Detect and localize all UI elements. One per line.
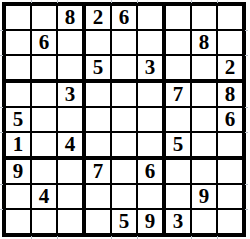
cell-r2c4[interactable] (86, 31, 112, 56)
given-digit: 3 (145, 57, 156, 78)
cell-r8c9[interactable] (218, 185, 242, 210)
cell-r1c2[interactable] (32, 6, 58, 31)
edge-tick (245, 55, 248, 56)
edge-tick (57, 236, 58, 239)
cell-r8c8[interactable]: 9 (192, 185, 218, 210)
cell-r3c4[interactable]: 5 (86, 56, 112, 83)
cell-r7c1[interactable]: 9 (6, 160, 32, 185)
cell-r1c8[interactable] (192, 6, 218, 31)
cell-r4c3[interactable]: 3 (58, 83, 86, 108)
cell-r7c9[interactable] (218, 160, 242, 185)
cell-r8c2[interactable]: 4 (32, 185, 58, 210)
cell-r8c4[interactable] (86, 185, 112, 210)
cell-r6c2[interactable] (32, 133, 58, 160)
cell-r2c5[interactable] (112, 31, 138, 56)
cell-r7c2[interactable] (32, 160, 58, 185)
cell-r3c3[interactable] (58, 56, 86, 83)
cell-r7c8[interactable] (192, 160, 218, 185)
cell-r9c8[interactable] (192, 210, 218, 233)
cell-r3c9[interactable]: 2 (218, 56, 242, 83)
cell-r2c9[interactable] (218, 31, 242, 56)
edge-tick (191, 236, 192, 239)
cell-r9c6[interactable]: 9 (138, 210, 166, 233)
cell-r5c2[interactable] (32, 108, 58, 133)
cell-r7c4[interactable]: 7 (86, 160, 112, 185)
sudoku-board: 826685323785614597649593 (2, 2, 246, 237)
given-digit: 2 (225, 57, 236, 78)
cell-r6c7[interactable]: 5 (166, 133, 192, 160)
given-digit: 1 (13, 134, 24, 155)
cell-r6c5[interactable] (112, 133, 138, 160)
cell-r5c6[interactable] (138, 108, 166, 133)
cell-r4c5[interactable] (112, 83, 138, 108)
cell-r4c7[interactable]: 7 (166, 83, 192, 108)
cell-r3c6[interactable]: 3 (138, 56, 166, 83)
given-digit: 3 (65, 84, 76, 105)
given-digit: 6 (39, 32, 50, 53)
cell-r3c1[interactable] (6, 56, 32, 83)
edge-tick (245, 209, 248, 210)
edge-tick (137, 236, 138, 239)
sudoku-page: 826685323785614597649593 (0, 0, 250, 239)
edge-tick (111, 0, 112, 3)
cell-r5c7[interactable] (166, 108, 192, 133)
cell-r3c8[interactable] (192, 56, 218, 83)
given-digit: 9 (145, 211, 156, 232)
cell-r7c7[interactable] (166, 160, 192, 185)
edge-tick (217, 236, 218, 239)
given-digit: 5 (13, 109, 24, 130)
edge-tick (111, 236, 112, 239)
cell-r2c7[interactable] (166, 31, 192, 56)
cell-r8c3[interactable] (58, 185, 86, 210)
cell-r5c9[interactable]: 6 (218, 108, 242, 133)
edge-tick (245, 30, 248, 31)
cell-r6c1[interactable]: 1 (6, 133, 32, 160)
cell-r9c2[interactable] (32, 210, 58, 233)
given-digit: 5 (173, 134, 184, 155)
given-digit: 2 (93, 7, 104, 28)
given-digit: 8 (65, 7, 76, 28)
given-digit: 8 (199, 32, 210, 53)
cell-r7c6[interactable]: 6 (138, 160, 166, 185)
cell-r5c1[interactable]: 5 (6, 108, 32, 133)
given-digit: 7 (93, 161, 104, 182)
edge-tick (0, 184, 3, 185)
edge-tick (31, 0, 32, 3)
cell-r2c1[interactable] (6, 31, 32, 56)
cell-r1c6[interactable] (138, 6, 166, 31)
cell-r8c6[interactable] (138, 185, 166, 210)
cell-r4c8[interactable] (192, 83, 218, 108)
cell-r4c6[interactable] (138, 83, 166, 108)
cell-r9c9[interactable] (218, 210, 242, 233)
cell-r4c9[interactable]: 8 (218, 83, 242, 108)
edge-tick (0, 55, 3, 56)
cell-r2c8[interactable]: 8 (192, 31, 218, 56)
given-digit: 6 (119, 7, 130, 28)
edge-tick (245, 107, 248, 108)
given-digit: 9 (199, 186, 210, 207)
cell-r4c4[interactable] (86, 83, 112, 108)
cell-r3c2[interactable] (32, 56, 58, 83)
edge-tick (0, 107, 3, 108)
cell-r2c3[interactable] (58, 31, 86, 56)
given-digit: 7 (173, 84, 184, 105)
given-digit: 9 (13, 161, 24, 182)
edge-tick (0, 132, 3, 133)
cell-r9c4[interactable] (86, 210, 112, 233)
edge-tick (245, 184, 248, 185)
given-digit: 4 (65, 134, 76, 155)
cell-r1c3[interactable]: 8 (58, 6, 86, 31)
cell-r8c5[interactable] (112, 185, 138, 210)
cell-r6c9[interactable] (218, 133, 242, 160)
cell-r7c3[interactable] (58, 160, 86, 185)
cell-r8c7[interactable] (166, 185, 192, 210)
cell-r9c1[interactable] (6, 210, 32, 233)
cell-r9c5[interactable]: 5 (112, 210, 138, 233)
given-digit: 5 (119, 211, 130, 232)
cell-r1c7[interactable] (166, 6, 192, 31)
given-digit: 5 (93, 57, 104, 78)
cell-r1c5[interactable]: 6 (112, 6, 138, 31)
cell-r9c3[interactable] (58, 210, 86, 233)
cell-r5c3[interactable] (58, 108, 86, 133)
given-digit: 8 (225, 84, 236, 105)
edge-tick (137, 0, 138, 3)
cell-r1c1[interactable] (6, 6, 32, 31)
edge-tick (0, 30, 3, 31)
cell-r6c3[interactable]: 4 (58, 133, 86, 160)
given-digit: 6 (145, 161, 156, 182)
cell-r3c5[interactable] (112, 56, 138, 83)
cell-r8c1[interactable] (6, 185, 32, 210)
edge-tick (31, 236, 32, 239)
edge-tick (191, 0, 192, 3)
cell-r4c1[interactable] (6, 83, 32, 108)
cell-r2c2[interactable]: 6 (32, 31, 58, 56)
cell-r7c5[interactable] (112, 160, 138, 185)
cell-r6c4[interactable] (86, 133, 112, 160)
cell-r6c6[interactable] (138, 133, 166, 160)
cell-r5c8[interactable] (192, 108, 218, 133)
cell-r3c7[interactable] (166, 56, 192, 83)
cell-r5c4[interactable] (86, 108, 112, 133)
edge-tick (217, 0, 218, 3)
edge-tick (245, 132, 248, 133)
cell-r1c9[interactable] (218, 6, 242, 31)
edge-tick (57, 0, 58, 3)
cell-r2c6[interactable] (138, 31, 166, 56)
given-digit: 4 (39, 186, 50, 207)
cell-r5c5[interactable] (112, 108, 138, 133)
cell-r9c7[interactable]: 3 (166, 210, 192, 233)
cell-r4c2[interactable] (32, 83, 58, 108)
given-digit: 3 (173, 211, 184, 232)
cell-r6c8[interactable] (192, 133, 218, 160)
edge-tick (0, 209, 3, 210)
given-digit: 6 (225, 109, 236, 130)
cell-r1c4[interactable]: 2 (86, 6, 112, 31)
